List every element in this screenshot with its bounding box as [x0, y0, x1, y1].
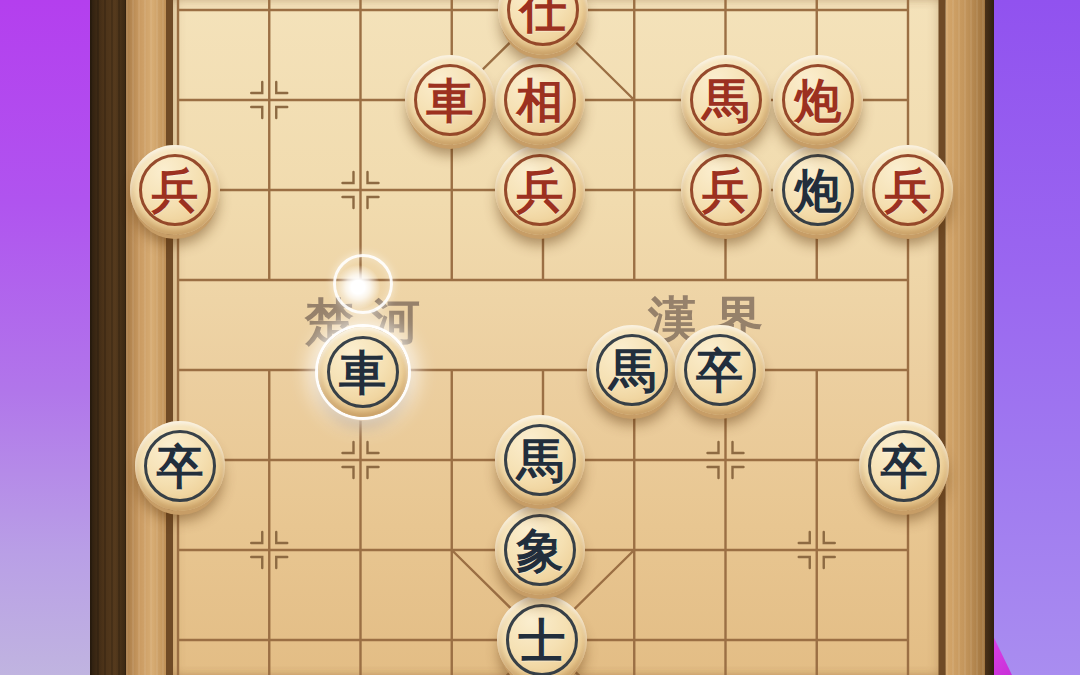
piece-character: 馬 — [517, 437, 564, 484]
piece-character: 兵 — [517, 167, 564, 214]
piece-black-horse-f[interactable]: 馬 — [587, 325, 677, 415]
piece-black-chariot[interactable]: 車 — [318, 327, 408, 417]
piece-character: 兵 — [152, 167, 199, 214]
piece-character: 卒 — [881, 443, 928, 490]
piece-black-soldier-i[interactable]: 卒 — [859, 421, 949, 511]
piece-red-horse[interactable]: 馬 — [681, 55, 771, 145]
piece-character: 象 — [517, 527, 564, 574]
piece-character: 卒 — [157, 443, 204, 490]
piece-character: 卒 — [696, 347, 743, 394]
piece-character: 炮 — [794, 167, 841, 214]
piece-red-cannon[interactable]: 炮 — [773, 55, 863, 145]
piece-character: 馬 — [702, 77, 749, 124]
piece-black-horse-e[interactable]: 馬 — [495, 415, 585, 505]
piece-red-elephant[interactable]: 相 — [495, 55, 585, 145]
piece-character: 仕 — [520, 0, 567, 34]
piece-character: 馬 — [609, 347, 656, 394]
piece-black-elephant[interactable]: 象 — [495, 505, 585, 595]
move-cursor-glow — [333, 254, 393, 314]
piece-character: 炮 — [794, 77, 841, 124]
piece-red-soldier-i[interactable]: 兵 — [863, 145, 953, 235]
piece-character: 兵 — [885, 167, 932, 214]
piece-black-advisor[interactable]: 士 — [497, 595, 587, 675]
piece-character: 兵 — [702, 167, 749, 214]
piece-red-soldier-g[interactable]: 兵 — [681, 145, 771, 235]
piece-black-cannon[interactable]: 炮 — [773, 145, 863, 235]
piece-red-chariot[interactable]: 車 — [405, 55, 495, 145]
piece-red-soldier-e[interactable]: 兵 — [495, 145, 585, 235]
piece-character: 車 — [426, 77, 473, 124]
piece-character: 士 — [519, 617, 566, 664]
piece-character: 車 — [339, 349, 386, 396]
xiangqi-game-screen: 楚河 漢界 仕車相馬炮兵兵兵炮兵車馬卒卒馬卒象士 — [0, 0, 1080, 675]
piece-red-soldier-a[interactable]: 兵 — [130, 145, 220, 235]
piece-black-soldier-g[interactable]: 卒 — [675, 325, 765, 415]
piece-character: 相 — [517, 77, 564, 124]
piece-black-soldier-a[interactable]: 卒 — [135, 421, 225, 511]
